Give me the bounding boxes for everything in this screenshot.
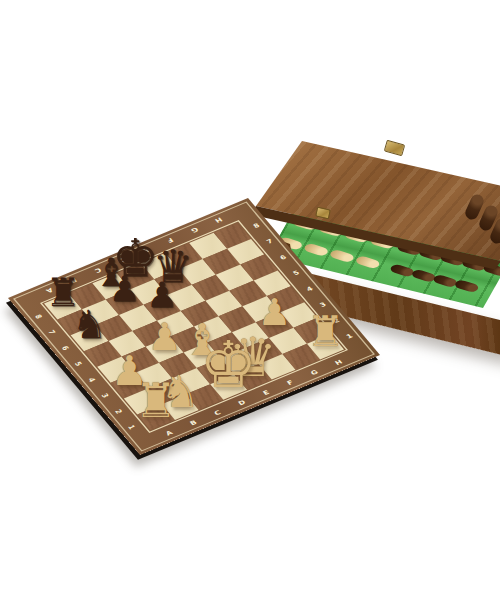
coord-rank-4-right: 4 [305,286,314,293]
coord-rank-5-right: 5 [292,270,301,277]
coord-file-b-near: B [189,420,198,427]
coord-file-e-near: E [262,389,271,396]
chess-set-product-photo: AABBCCDDEEFFGGHH1122334455667788 ♜♝♚♛♟♟♞… [0,0,500,600]
coord-rank-4-left: 4 [87,377,97,383]
coord-file-e-far: E [142,247,151,254]
coord-rank-8-right: 8 [252,222,261,229]
coord-file-c-far: C [93,267,102,274]
coord-file-h-near: H [334,359,344,366]
coord-rank-2-right: 2 [332,317,341,324]
coord-file-f-far: F [166,237,175,244]
coord-rank-6-right: 6 [279,254,288,261]
coord-rank-7-right: 7 [265,238,274,245]
coord-rank-3-left: 3 [100,393,110,399]
coord-rank-7-left: 7 [47,329,57,335]
coord-rank-2-left: 2 [113,408,123,414]
coord-file-g-far: G [190,226,200,233]
brass-hasp-icon [384,140,406,157]
coord-file-d-near: D [237,399,247,406]
coord-file-h-far: H [214,216,224,223]
coord-rank-6-left: 6 [60,345,70,351]
coord-rank-8-left: 8 [33,313,43,319]
tray-piece-light [302,243,329,257]
coord-rank-3-right: 3 [319,301,328,308]
tray-piece-light [354,255,381,269]
coord-rank-1-left: 1 [127,424,137,430]
coord-file-a-far: A [45,287,54,294]
coord-file-g-near: G [310,369,320,376]
coord-file-f-near: F [286,379,295,386]
coord-rank-5-left: 5 [73,361,83,367]
coord-rank-1-right: 1 [345,333,354,340]
coord-file-c-near: C [213,410,222,417]
coord-file-a-near: A [165,430,174,437]
coord-file-b-far: B [69,277,78,284]
tray-piece-dark [453,279,480,293]
tray-piece-light [328,249,355,263]
coord-file-d-far: D [117,257,127,264]
